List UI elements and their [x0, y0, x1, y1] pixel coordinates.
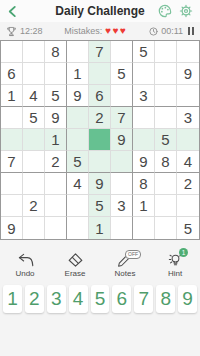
cell-r6c8[interactable]: 8 — [155, 151, 177, 173]
clock-icon — [149, 27, 158, 36]
pause-icon — [192, 27, 194, 35]
num-key-2[interactable]: 2 — [25, 285, 44, 313]
cell-r3c7[interactable]: 3 — [133, 85, 155, 107]
cell-r3c4[interactable]: 9 — [67, 85, 89, 107]
numpad: 123456789 — [0, 285, 200, 313]
toolbar: Undo Erase OFF Notes 1 Hint — [0, 245, 200, 278]
gear-icon — [179, 4, 193, 18]
timer-value: 00:11 — [161, 26, 183, 36]
num-key-1[interactable]: 1 — [3, 285, 22, 313]
num-key-9[interactable]: 9 — [178, 285, 197, 313]
cell-r8c3[interactable] — [45, 195, 67, 217]
cell-r8c9[interactable] — [177, 195, 199, 217]
cell-r5c5[interactable] — [89, 129, 111, 151]
cell-r9c2[interactable] — [23, 217, 45, 239]
notes-button[interactable]: OFF Notes — [104, 253, 146, 278]
cell-r2c6[interactable]: 5 — [111, 63, 133, 85]
hint-label: Hint — [168, 269, 182, 278]
cell-r2c1[interactable]: 6 — [1, 63, 23, 85]
sudoku-grid: 87561591459635927319572598449822531915 — [0, 40, 200, 240]
palette-icon — [158, 4, 172, 18]
erase-label: Erase — [65, 269, 86, 278]
cell-r2c2[interactable] — [23, 63, 45, 85]
cell-r1c6[interactable] — [111, 41, 133, 63]
cell-r7c6[interactable] — [111, 173, 133, 195]
cell-r7c8[interactable] — [155, 173, 177, 195]
num-key-7[interactable]: 7 — [134, 285, 153, 313]
cell-r3c8[interactable] — [155, 85, 177, 107]
cell-r8c5[interactable]: 5 — [89, 195, 111, 217]
cell-r2c9[interactable]: 9 — [177, 63, 199, 85]
num-key-5[interactable]: 5 — [91, 285, 110, 313]
num-key-3[interactable]: 3 — [47, 285, 66, 313]
cell-r5c1[interactable] — [1, 129, 23, 151]
cell-r2c4[interactable]: 1 — [67, 63, 89, 85]
cell-r6c9[interactable]: 4 — [177, 151, 199, 173]
cell-r8c7[interactable]: 1 — [133, 195, 155, 217]
cell-r8c6[interactable]: 3 — [111, 195, 133, 217]
cell-r4c7[interactable] — [133, 107, 155, 129]
cell-r2c8[interactable] — [155, 63, 177, 85]
notes-label: Notes — [115, 269, 136, 278]
header: Daily Challenge — [0, 0, 200, 22]
cell-r1c1[interactable] — [1, 41, 23, 63]
cell-r9c5[interactable]: 1 — [89, 217, 111, 239]
cell-r6c5[interactable] — [89, 151, 111, 173]
cell-r7c2[interactable] — [23, 173, 45, 195]
cell-r2c5[interactable] — [89, 63, 111, 85]
cell-r1c9[interactable] — [177, 41, 199, 63]
undo-arrow-icon — [16, 253, 35, 267]
cell-r9c1[interactable]: 9 — [1, 217, 23, 239]
num-key-4[interactable]: 4 — [69, 285, 88, 313]
mistakes-label: Mistakes: — [64, 26, 102, 36]
cell-r9c3[interactable] — [45, 217, 67, 239]
cell-r1c2[interactable] — [23, 41, 45, 63]
cell-r9c8[interactable] — [155, 217, 177, 239]
cell-r5c8[interactable]: 5 — [155, 129, 177, 151]
chevron-left-icon — [7, 5, 18, 18]
eraser-icon — [67, 253, 84, 267]
cell-r9c4[interactable] — [67, 217, 89, 239]
cell-r9c6[interactable] — [111, 217, 133, 239]
cell-r6c2[interactable] — [23, 151, 45, 173]
cell-r5c6[interactable]: 9 — [111, 129, 133, 151]
cell-r4c4[interactable] — [67, 107, 89, 129]
cell-r4c8[interactable] — [155, 107, 177, 129]
num-key-8[interactable]: 8 — [156, 285, 175, 313]
cell-r5c7[interactable] — [133, 129, 155, 151]
cell-r1c3[interactable]: 8 — [45, 41, 67, 63]
erase-button[interactable]: Erase — [54, 253, 96, 278]
cell-r3c5[interactable]: 6 — [89, 85, 111, 107]
status-bar: 12:28 Mistakes: ♥♥♥ 00:11 — [0, 22, 200, 40]
cell-r6c3[interactable]: 2 — [45, 151, 67, 173]
trophy-icon — [6, 26, 17, 37]
cell-r7c3[interactable] — [45, 173, 67, 195]
cell-r1c8[interactable] — [155, 41, 177, 63]
cell-r3c1[interactable]: 1 — [1, 85, 23, 107]
undo-label: Undo — [15, 269, 34, 278]
cell-r7c4[interactable]: 4 — [67, 173, 89, 195]
cell-r4c3[interactable]: 9 — [45, 107, 67, 129]
cell-r1c5[interactable]: 7 — [89, 41, 111, 63]
cell-r7c1[interactable] — [1, 173, 23, 195]
cell-r9c7[interactable] — [133, 217, 155, 239]
cell-r5c3[interactable]: 1 — [45, 129, 67, 151]
cell-r2c7[interactable] — [133, 63, 155, 85]
cell-r4c9[interactable]: 3 — [177, 107, 199, 129]
cell-r2c3[interactable] — [45, 63, 67, 85]
num-key-6[interactable]: 6 — [112, 285, 131, 313]
theme-button[interactable] — [158, 4, 172, 18]
cell-r8c8[interactable] — [155, 195, 177, 217]
cell-r9c9[interactable]: 5 — [177, 217, 199, 239]
cell-r6c6[interactable] — [111, 151, 133, 173]
cell-r1c4[interactable] — [67, 41, 89, 63]
cell-r5c2[interactable] — [23, 129, 45, 151]
pause-button[interactable] — [188, 27, 194, 35]
hint-count-badge: 1 — [179, 248, 188, 257]
best-score: 12:28 — [20, 26, 43, 36]
cell-r4c1[interactable] — [1, 107, 23, 129]
pause-icon — [188, 27, 190, 35]
settings-button[interactable] — [179, 4, 193, 18]
cell-r6c1[interactable]: 7 — [1, 151, 23, 173]
cell-r6c7[interactable]: 9 — [133, 151, 155, 173]
cell-r8c1[interactable] — [1, 195, 23, 217]
cell-r3c9[interactable] — [177, 85, 199, 107]
cell-r8c4[interactable] — [67, 195, 89, 217]
cell-r5c9[interactable] — [177, 129, 199, 151]
cell-r7c5[interactable]: 9 — [89, 173, 111, 195]
cell-r3c6[interactable] — [111, 85, 133, 107]
cell-r3c2[interactable]: 4 — [23, 85, 45, 107]
cell-r6c4[interactable]: 5 — [67, 151, 89, 173]
notes-off-badge: OFF — [125, 250, 141, 259]
cell-r7c9[interactable]: 2 — [177, 173, 199, 195]
cell-r4c2[interactable]: 5 — [23, 107, 45, 129]
cell-r8c2[interactable]: 2 — [23, 195, 45, 217]
cell-r4c5[interactable]: 2 — [89, 107, 111, 129]
hearts: ♥♥♥ — [105, 26, 127, 36]
cell-r1c7[interactable]: 5 — [133, 41, 155, 63]
undo-button[interactable]: Undo — [4, 253, 46, 278]
cell-r7c7[interactable]: 8 — [133, 173, 155, 195]
cell-r5c4[interactable] — [67, 129, 89, 151]
cell-r4c6[interactable]: 7 — [111, 107, 133, 129]
hint-button[interactable]: 1 Hint — [154, 252, 196, 278]
back-button[interactable] — [7, 5, 18, 18]
cell-r3c3[interactable]: 5 — [45, 85, 67, 107]
